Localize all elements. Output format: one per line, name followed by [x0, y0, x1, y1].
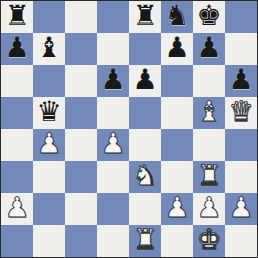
square-g8[interactable]: ♚	[193, 1, 225, 33]
square-a8[interactable]: ♜	[1, 1, 33, 33]
square-f3[interactable]	[161, 161, 193, 193]
piece-white-pawn: ♟	[4, 193, 29, 224]
piece-white-knight: ♞	[132, 161, 157, 192]
square-e8[interactable]: ♜	[129, 1, 161, 33]
piece-white-pawn: ♟	[228, 193, 253, 224]
square-h1[interactable]	[225, 225, 257, 257]
square-d2[interactable]	[97, 193, 129, 225]
square-f6[interactable]	[161, 65, 193, 97]
square-f7[interactable]: ♟	[161, 33, 193, 65]
square-c3[interactable]	[65, 161, 97, 193]
square-h2[interactable]: ♟	[225, 193, 257, 225]
square-e1[interactable]: ♜	[129, 225, 161, 257]
square-c2[interactable]	[65, 193, 97, 225]
square-h5[interactable]: ♛	[225, 97, 257, 129]
square-a7[interactable]: ♟	[1, 33, 33, 65]
piece-black-pawn: ♟	[100, 65, 125, 96]
piece-black-rook: ♜	[4, 1, 29, 32]
square-b1[interactable]	[33, 225, 65, 257]
square-b4[interactable]: ♟	[33, 129, 65, 161]
square-c5[interactable]	[65, 97, 97, 129]
piece-black-pawn: ♟	[132, 65, 157, 96]
square-h8[interactable]	[225, 1, 257, 33]
piece-black-rook: ♜	[132, 1, 157, 32]
square-g1[interactable]: ♚	[193, 225, 225, 257]
piece-black-bishop: ♝	[36, 33, 61, 64]
square-c7[interactable]	[65, 33, 97, 65]
square-b5[interactable]: ♛	[33, 97, 65, 129]
square-g3[interactable]: ♜	[193, 161, 225, 193]
piece-white-pawn: ♟	[196, 193, 221, 224]
square-d8[interactable]	[97, 1, 129, 33]
square-f8[interactable]: ♞	[161, 1, 193, 33]
square-c1[interactable]	[65, 225, 97, 257]
square-c4[interactable]	[65, 129, 97, 161]
piece-white-pawn: ♟	[36, 129, 61, 160]
square-a3[interactable]	[1, 161, 33, 193]
square-b3[interactable]	[33, 161, 65, 193]
square-d1[interactable]	[97, 225, 129, 257]
square-a1[interactable]	[1, 225, 33, 257]
square-e2[interactable]	[129, 193, 161, 225]
square-e4[interactable]	[129, 129, 161, 161]
chess-diagram: ♜♜♞♚♟♝♟♟♟♟♟♛♝♛♟♟♞♜♟♟♟♟♜♚	[0, 0, 258, 258]
square-a5[interactable]	[1, 97, 33, 129]
square-a4[interactable]	[1, 129, 33, 161]
square-h3[interactable]	[225, 161, 257, 193]
square-c8[interactable]	[65, 1, 97, 33]
square-a6[interactable]	[1, 65, 33, 97]
square-g2[interactable]: ♟	[193, 193, 225, 225]
square-f1[interactable]	[161, 225, 193, 257]
piece-white-rook: ♜	[132, 225, 157, 256]
piece-black-knight: ♞	[164, 1, 189, 32]
chess-board: ♜♜♞♚♟♝♟♟♟♟♟♛♝♛♟♟♞♜♟♟♟♟♜♚	[0, 0, 258, 258]
square-b8[interactable]	[33, 1, 65, 33]
square-h7[interactable]	[225, 33, 257, 65]
square-d6[interactable]: ♟	[97, 65, 129, 97]
square-e5[interactable]	[129, 97, 161, 129]
piece-black-pawn: ♟	[164, 33, 189, 64]
square-g4[interactable]	[193, 129, 225, 161]
piece-white-pawn: ♟	[100, 129, 125, 160]
piece-black-queen: ♛	[36, 97, 61, 128]
square-f4[interactable]	[161, 129, 193, 161]
piece-black-pawn: ♟	[4, 33, 29, 64]
piece-white-queen: ♛	[228, 97, 253, 128]
square-d3[interactable]	[97, 161, 129, 193]
square-d4[interactable]: ♟	[97, 129, 129, 161]
square-h4[interactable]	[225, 129, 257, 161]
square-g6[interactable]	[193, 65, 225, 97]
piece-white-king: ♚	[196, 225, 221, 256]
piece-white-bishop: ♝	[196, 97, 221, 128]
square-e7[interactable]	[129, 33, 161, 65]
square-c6[interactable]	[65, 65, 97, 97]
piece-black-pawn: ♟	[228, 65, 253, 96]
square-e3[interactable]: ♞	[129, 161, 161, 193]
square-b2[interactable]	[33, 193, 65, 225]
square-d5[interactable]	[97, 97, 129, 129]
square-g5[interactable]: ♝	[193, 97, 225, 129]
square-g7[interactable]: ♟	[193, 33, 225, 65]
piece-black-king: ♚	[196, 1, 221, 32]
piece-white-rook: ♜	[196, 161, 221, 192]
piece-black-pawn: ♟	[196, 33, 221, 64]
piece-white-pawn: ♟	[164, 193, 189, 224]
square-d7[interactable]	[97, 33, 129, 65]
square-f2[interactable]: ♟	[161, 193, 193, 225]
square-b7[interactable]: ♝	[33, 33, 65, 65]
square-f5[interactable]	[161, 97, 193, 129]
square-h6[interactable]: ♟	[225, 65, 257, 97]
square-b6[interactable]	[33, 65, 65, 97]
square-a2[interactable]: ♟	[1, 193, 33, 225]
square-e6[interactable]: ♟	[129, 65, 161, 97]
